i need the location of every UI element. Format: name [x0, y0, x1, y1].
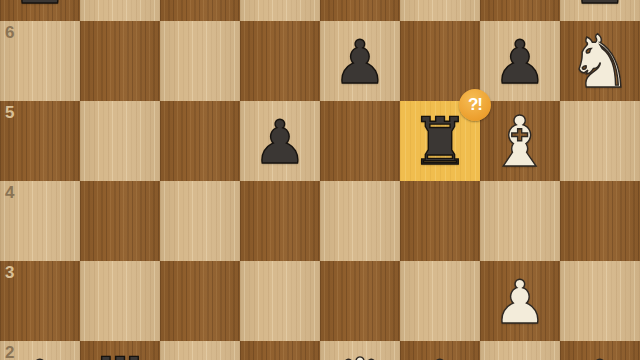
square-b7[interactable] [80, 0, 160, 21]
square-c7[interactable] [160, 0, 240, 21]
square-f7[interactable] [400, 0, 480, 21]
square-a2[interactable]: 2♟ [0, 341, 80, 360]
square-g5[interactable]: ♝ [480, 101, 560, 181]
rank-label-6: 6 [5, 24, 14, 41]
square-h4[interactable] [560, 181, 640, 261]
square-d4[interactable] [240, 181, 320, 261]
white-bishop-g5[interactable]: ♝ [480, 101, 560, 181]
square-b5[interactable] [80, 101, 160, 181]
square-f2[interactable]: ♟ [400, 341, 480, 360]
square-h2[interactable]: ♟ [560, 341, 640, 360]
square-a5[interactable]: 5 [0, 101, 80, 181]
square-g6[interactable]: ♟ [480, 21, 560, 101]
chess-board[interactable]: ♟♟6♟♟♞5♟♜♝43♟2♟♜♛♟♟ [0, 0, 640, 360]
rank-label-4: 4 [5, 184, 14, 201]
white-pawn-f2[interactable]: ♟ [400, 341, 480, 360]
square-c5[interactable] [160, 101, 240, 181]
square-g4[interactable] [480, 181, 560, 261]
black-rook-b2[interactable]: ♜ [80, 341, 160, 360]
square-c6[interactable] [160, 21, 240, 101]
square-b4[interactable] [80, 181, 160, 261]
inaccuracy-badge-label: ?! [468, 95, 482, 115]
square-f4[interactable] [400, 181, 480, 261]
square-a4[interactable]: 4 [0, 181, 80, 261]
square-e2[interactable]: ♛ [320, 341, 400, 360]
square-h6[interactable]: ♞ [560, 21, 640, 101]
square-a7[interactable]: ♟ [0, 0, 80, 21]
white-queen-e2[interactable]: ♛ [320, 341, 400, 360]
square-h5[interactable] [560, 101, 640, 181]
square-c2[interactable] [160, 341, 240, 360]
square-e4[interactable] [320, 181, 400, 261]
square-b3[interactable] [80, 261, 160, 341]
square-g7[interactable] [480, 0, 560, 21]
square-f3[interactable] [400, 261, 480, 341]
square-e5[interactable] [320, 101, 400, 181]
square-a3[interactable]: 3 [0, 261, 80, 341]
black-pawn-a7[interactable]: ♟ [0, 0, 80, 21]
square-d3[interactable] [240, 261, 320, 341]
inaccuracy-badge: ?! [459, 89, 491, 121]
square-d5[interactable]: ♟ [240, 101, 320, 181]
black-pawn-e6[interactable]: ♟ [320, 21, 400, 101]
square-h7[interactable]: ♟ [560, 0, 640, 21]
white-pawn-a2[interactable]: ♟ [0, 341, 80, 360]
square-c4[interactable] [160, 181, 240, 261]
chessboard-viewport: ♟♟6♟♟♞5♟♜♝43♟2♟♜♛♟♟ ?! [0, 0, 640, 360]
square-a6[interactable]: 6 [0, 21, 80, 101]
square-b6[interactable] [80, 21, 160, 101]
square-d7[interactable] [240, 0, 320, 21]
square-c3[interactable] [160, 261, 240, 341]
black-pawn-g6[interactable]: ♟ [480, 21, 560, 101]
rank-label-3: 3 [5, 264, 14, 281]
white-pawn-g3[interactable]: ♟ [480, 261, 560, 341]
square-d6[interactable] [240, 21, 320, 101]
square-e7[interactable] [320, 0, 400, 21]
square-e6[interactable]: ♟ [320, 21, 400, 101]
square-e3[interactable] [320, 261, 400, 341]
square-h3[interactable] [560, 261, 640, 341]
square-d2[interactable] [240, 341, 320, 360]
rank-label-5: 5 [5, 104, 14, 121]
white-pawn-h2[interactable]: ♟ [560, 341, 640, 360]
black-pawn-h7[interactable]: ♟ [560, 0, 640, 21]
white-knight-h6[interactable]: ♞ [560, 21, 640, 101]
square-g3[interactable]: ♟ [480, 261, 560, 341]
square-b2[interactable]: ♜ [80, 341, 160, 360]
black-pawn-d5[interactable]: ♟ [240, 101, 320, 181]
square-g2[interactable] [480, 341, 560, 360]
square-f6[interactable] [400, 21, 480, 101]
